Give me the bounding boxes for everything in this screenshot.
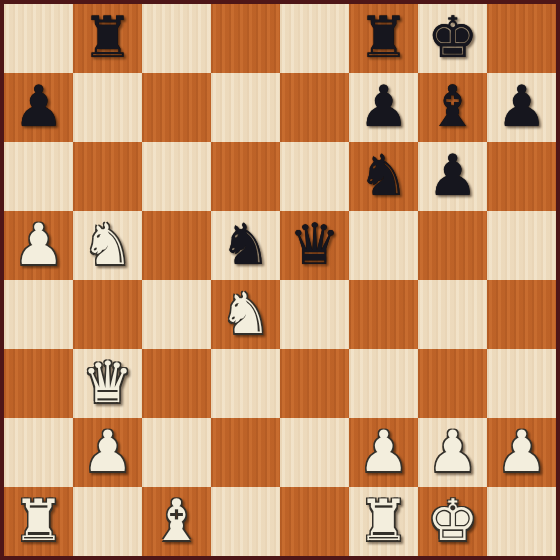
chess-board: ♜♜♚♟♟♝♟♞♟♟♞♞♛♞♛♟♟♟♟♜♝♜♚ bbox=[0, 0, 560, 560]
square-a2[interactable] bbox=[4, 418, 73, 487]
piece-black-pawn-h7[interactable]: ♟ bbox=[496, 78, 547, 135]
square-c4[interactable] bbox=[142, 280, 211, 349]
square-h4[interactable] bbox=[487, 280, 556, 349]
square-b3[interactable]: ♛ bbox=[73, 349, 142, 418]
piece-white-pawn-b2[interactable]: ♟ bbox=[82, 423, 133, 480]
square-d8[interactable] bbox=[211, 4, 280, 73]
square-c8[interactable] bbox=[142, 4, 211, 73]
square-d1[interactable] bbox=[211, 487, 280, 556]
square-g3[interactable] bbox=[418, 349, 487, 418]
piece-black-queen-e5[interactable]: ♛ bbox=[289, 216, 340, 273]
square-f4[interactable] bbox=[349, 280, 418, 349]
square-f3[interactable] bbox=[349, 349, 418, 418]
square-e6[interactable] bbox=[280, 142, 349, 211]
square-c6[interactable] bbox=[142, 142, 211, 211]
square-f6[interactable]: ♞ bbox=[349, 142, 418, 211]
square-d2[interactable] bbox=[211, 418, 280, 487]
piece-white-queen-b3[interactable]: ♛ bbox=[82, 354, 133, 411]
square-g4[interactable] bbox=[418, 280, 487, 349]
square-f1[interactable]: ♜ bbox=[349, 487, 418, 556]
piece-black-rook-b8[interactable]: ♜ bbox=[82, 9, 133, 66]
piece-black-knight-f6[interactable]: ♞ bbox=[358, 147, 409, 204]
piece-white-pawn-h2[interactable]: ♟ bbox=[496, 423, 547, 480]
square-g7[interactable]: ♝ bbox=[418, 73, 487, 142]
square-a4[interactable] bbox=[4, 280, 73, 349]
square-g1[interactable]: ♚ bbox=[418, 487, 487, 556]
square-a6[interactable] bbox=[4, 142, 73, 211]
square-d3[interactable] bbox=[211, 349, 280, 418]
piece-black-pawn-f7[interactable]: ♟ bbox=[358, 78, 409, 135]
square-f7[interactable]: ♟ bbox=[349, 73, 418, 142]
piece-white-knight-d4[interactable]: ♞ bbox=[220, 285, 271, 342]
square-h3[interactable] bbox=[487, 349, 556, 418]
square-a5[interactable]: ♟ bbox=[4, 211, 73, 280]
square-b2[interactable]: ♟ bbox=[73, 418, 142, 487]
square-a7[interactable]: ♟ bbox=[4, 73, 73, 142]
square-d6[interactable] bbox=[211, 142, 280, 211]
square-e2[interactable] bbox=[280, 418, 349, 487]
piece-white-rook-f1[interactable]: ♜ bbox=[358, 492, 409, 549]
square-e4[interactable] bbox=[280, 280, 349, 349]
piece-white-pawn-f2[interactable]: ♟ bbox=[358, 423, 409, 480]
square-e7[interactable] bbox=[280, 73, 349, 142]
square-b4[interactable] bbox=[73, 280, 142, 349]
square-e3[interactable] bbox=[280, 349, 349, 418]
piece-black-bishop-g7[interactable]: ♝ bbox=[427, 78, 478, 135]
square-c3[interactable] bbox=[142, 349, 211, 418]
piece-white-bishop-c1[interactable]: ♝ bbox=[151, 492, 202, 549]
square-d5[interactable]: ♞ bbox=[211, 211, 280, 280]
square-c5[interactable] bbox=[142, 211, 211, 280]
square-h6[interactable] bbox=[487, 142, 556, 211]
piece-white-knight-b5[interactable]: ♞ bbox=[82, 216, 133, 273]
square-b6[interactable] bbox=[73, 142, 142, 211]
square-e8[interactable] bbox=[280, 4, 349, 73]
square-g6[interactable]: ♟ bbox=[418, 142, 487, 211]
piece-black-knight-d5[interactable]: ♞ bbox=[220, 216, 271, 273]
square-b5[interactable]: ♞ bbox=[73, 211, 142, 280]
square-h1[interactable] bbox=[487, 487, 556, 556]
square-d7[interactable] bbox=[211, 73, 280, 142]
square-h2[interactable]: ♟ bbox=[487, 418, 556, 487]
square-b8[interactable]: ♜ bbox=[73, 4, 142, 73]
square-g5[interactable] bbox=[418, 211, 487, 280]
square-e1[interactable] bbox=[280, 487, 349, 556]
piece-black-rook-f8[interactable]: ♜ bbox=[358, 9, 409, 66]
square-g8[interactable]: ♚ bbox=[418, 4, 487, 73]
square-h8[interactable] bbox=[487, 4, 556, 73]
square-b7[interactable] bbox=[73, 73, 142, 142]
square-b1[interactable] bbox=[73, 487, 142, 556]
square-c7[interactable] bbox=[142, 73, 211, 142]
piece-black-pawn-a7[interactable]: ♟ bbox=[13, 78, 64, 135]
square-c1[interactable]: ♝ bbox=[142, 487, 211, 556]
square-c2[interactable] bbox=[142, 418, 211, 487]
square-h7[interactable]: ♟ bbox=[487, 73, 556, 142]
square-f5[interactable] bbox=[349, 211, 418, 280]
square-f2[interactable]: ♟ bbox=[349, 418, 418, 487]
square-f8[interactable]: ♜ bbox=[349, 4, 418, 73]
square-a1[interactable]: ♜ bbox=[4, 487, 73, 556]
square-a3[interactable] bbox=[4, 349, 73, 418]
square-g2[interactable]: ♟ bbox=[418, 418, 487, 487]
piece-black-king-g8[interactable]: ♚ bbox=[427, 9, 478, 66]
square-h5[interactable] bbox=[487, 211, 556, 280]
piece-white-pawn-a5[interactable]: ♟ bbox=[13, 216, 64, 273]
square-d4[interactable]: ♞ bbox=[211, 280, 280, 349]
piece-white-king-g1[interactable]: ♚ bbox=[427, 492, 478, 549]
square-e5[interactable]: ♛ bbox=[280, 211, 349, 280]
piece-white-rook-a1[interactable]: ♜ bbox=[13, 492, 64, 549]
piece-white-pawn-g2[interactable]: ♟ bbox=[427, 423, 478, 480]
square-a8[interactable] bbox=[4, 4, 73, 73]
piece-black-pawn-g6[interactable]: ♟ bbox=[427, 147, 478, 204]
